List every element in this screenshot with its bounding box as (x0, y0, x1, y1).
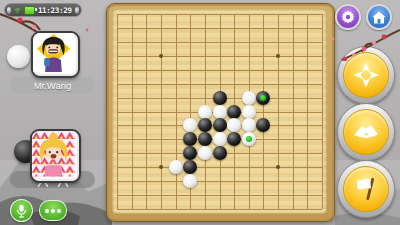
handshake-icon (352, 120, 380, 144)
grid-line-vertical (322, 14, 323, 209)
stone-white (198, 105, 212, 119)
stone-white (169, 160, 183, 174)
four-arrows-button[interactable] (337, 46, 395, 104)
grid-line-vertical (278, 14, 279, 209)
status-right-sphere (75, 7, 79, 14)
stone-black (198, 118, 212, 132)
stone-white (183, 174, 197, 188)
player-name-top-label: Mr.Wang (34, 80, 72, 91)
clock-time: 11:23:29 (38, 6, 72, 15)
avatar-top-player[interactable] (31, 31, 80, 78)
status-left-sphere (7, 7, 11, 14)
avatar-bottom-player[interactable] (30, 129, 81, 183)
home-icon (372, 11, 386, 24)
stone-black (213, 91, 227, 105)
grid-line-vertical (307, 14, 308, 209)
stone-black (183, 146, 197, 160)
status-bar: 11:23:29 (4, 3, 82, 17)
star-point (159, 165, 163, 169)
white-flag-icon (353, 176, 379, 202)
stone-white (198, 146, 212, 160)
avatar-bottom-illustration (32, 131, 75, 177)
board-grid (117, 14, 322, 209)
stone-black (213, 146, 227, 160)
battery-icon (24, 6, 35, 15)
chat-dots-icon (45, 209, 49, 213)
star-point (159, 54, 163, 58)
stone-black (256, 91, 270, 105)
wifi-icon (14, 6, 21, 15)
resign-button[interactable] (337, 160, 395, 218)
stone-white (183, 118, 197, 132)
home-button[interactable] (366, 4, 392, 30)
grid-line-vertical (293, 14, 294, 209)
microphone-icon (16, 204, 27, 218)
star-point (276, 54, 280, 58)
game-screen: 11:23:29 Mr.Wang (0, 0, 400, 225)
grid-line-horizontal (117, 167, 322, 168)
stone-black (213, 118, 227, 132)
gear-icon (341, 10, 355, 24)
grid-line-vertical (263, 14, 264, 209)
chat-button[interactable] (39, 200, 67, 221)
grid-line-horizontal (117, 181, 322, 182)
stone-white (242, 105, 256, 119)
stone-white (213, 132, 227, 146)
last-move-marker (260, 95, 266, 101)
gomoku-board (106, 3, 335, 222)
stone-black (183, 132, 197, 146)
player-name-top: Mr.Wang (10, 77, 95, 94)
stone-white (227, 118, 241, 132)
avatar-top-illustration (33, 33, 74, 72)
stone-white (242, 91, 256, 105)
stone-black (227, 105, 241, 119)
board-surface[interactable] (112, 9, 327, 214)
stone-white (242, 132, 256, 146)
microphone-button[interactable] (10, 199, 33, 222)
stone-white (242, 118, 256, 132)
four-arrows-icon (352, 61, 380, 89)
star-point (276, 165, 280, 169)
grid-line-horizontal (117, 209, 322, 210)
stone-white (213, 105, 227, 119)
stone-black (256, 118, 270, 132)
grid-line-horizontal (117, 195, 322, 196)
stone-black (198, 132, 212, 146)
stone-black (183, 160, 197, 174)
draw-offer-button[interactable] (337, 103, 395, 161)
stone-black (227, 132, 241, 146)
settings-button[interactable] (335, 4, 361, 30)
last-move-marker (246, 136, 252, 142)
white-stone-indicator (7, 45, 30, 68)
